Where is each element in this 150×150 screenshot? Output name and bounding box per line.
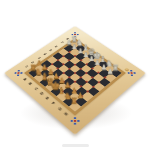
- red-diamond-inlay: [85, 55, 87, 57]
- watermark-smudge: [62, 144, 89, 147]
- product-photo: ABCDEFGH 12345678 ♜♞♝♛♚♝♞♜♟♟♟♟♟♟♟♟♟♟♟♟♟♟…: [0, 0, 150, 150]
- red-diamond-inlay: [57, 59, 59, 61]
- piece-white-rook-h1: ♜: [68, 94, 81, 107]
- red-diamond-inlay: [85, 64, 87, 66]
- chess-board: ABCDEFGH 12345678 ♜♞♝♛♚♝♞♜♟♟♟♟♟♟♟♟♟♟♟♟♟♟…: [4, 26, 145, 135]
- red-diamond-inlay: [74, 48, 76, 49]
- board-scene: ABCDEFGH 12345678 ♜♞♝♛♚♝♞♜♟♟♟♟♟♟♟♟♟♟♟♟♟♟…: [0, 0, 150, 150]
- red-diamond-inlay: [74, 64, 76, 66]
- pieces-layer: ♜♞♝♛♚♝♞♜♟♟♟♟♟♟♟♟♟♟♟♟♟♟♟♟♜♞♝♛♚♝♞♜: [4, 26, 145, 135]
- red-diamond-inlay: [91, 59, 93, 61]
- red-diamond-inlay: [51, 64, 53, 66]
- red-diamond-inlay: [80, 68, 82, 70]
- red-diamond-inlay: [80, 59, 82, 61]
- red-diamond-inlay: [68, 68, 70, 70]
- piece-black-pawn-h7: ♟: [104, 66, 116, 78]
